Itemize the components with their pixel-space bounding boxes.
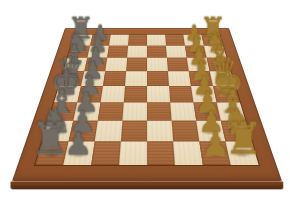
square-h8[interactable]: ♜	[35, 141, 68, 164]
square-b4[interactable]	[147, 46, 167, 58]
square-b5[interactable]	[127, 46, 147, 58]
board-edge	[11, 182, 284, 190]
square-a4[interactable]	[147, 35, 166, 46]
photo-scene: ♜♟♟♜♞♟♟♞♝♟♟♝♛♟♟♛♚♟♟♚♝♟♟♝♞♟♟♞♜♟♟♜	[0, 0, 290, 198]
square-g5[interactable]	[121, 121, 147, 142]
square-c5[interactable]	[126, 58, 147, 71]
square-d5[interactable]	[125, 71, 147, 86]
square-d4[interactable]	[147, 71, 169, 86]
black-rook[interactable]: ♜	[18, 118, 83, 162]
square-h1[interactable]: ♜	[225, 141, 258, 164]
chess-board: ♜♟♟♜♞♟♟♞♝♟♟♝♛♟♟♛♚♟♟♚♝♟♟♝♞♟♟♞♜♟♟♜	[12, 28, 282, 181]
square-c4[interactable]	[147, 58, 168, 71]
square-e5[interactable]	[124, 86, 147, 102]
square-e4[interactable]	[147, 86, 170, 102]
square-h4[interactable]	[147, 141, 175, 164]
square-f5[interactable]	[122, 102, 147, 120]
square-a5[interactable]	[128, 35, 147, 46]
square-h5[interactable]	[119, 141, 147, 164]
square-f4[interactable]	[147, 102, 172, 120]
white-rook[interactable]: ♜	[211, 118, 276, 162]
board-squares: ♜♟♟♜♞♟♟♞♝♟♟♝♛♟♟♛♚♟♟♚♝♟♟♝♞♟♟♞♜♟♟♜	[35, 35, 258, 165]
square-g4[interactable]	[147, 121, 173, 142]
